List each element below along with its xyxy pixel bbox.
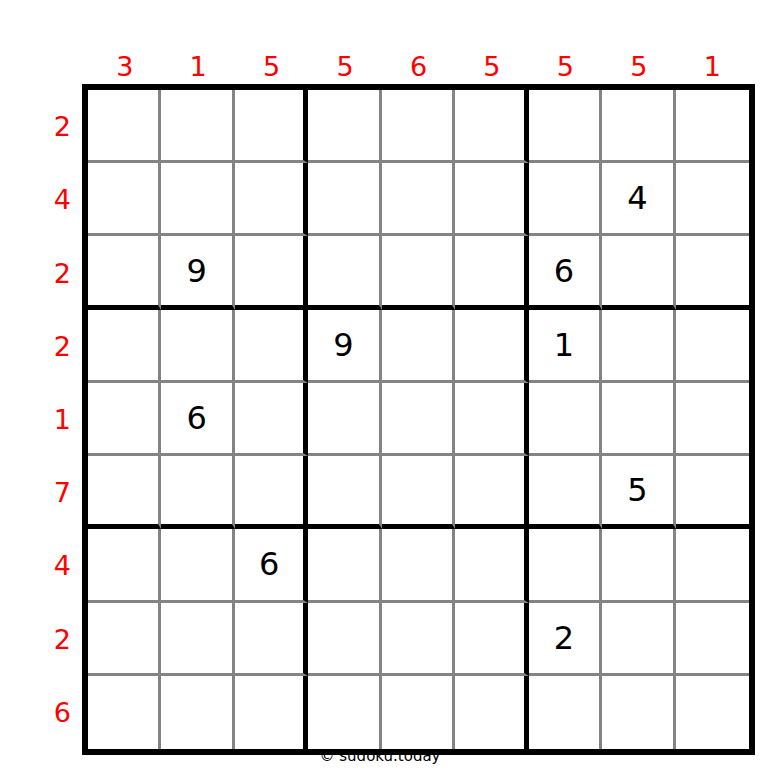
cell-r7-c6[interactable] — [455, 529, 528, 602]
cell-r6-c8[interactable]: 5 — [602, 456, 675, 529]
cell-r7-c3[interactable]: 6 — [235, 529, 308, 602]
cell-r5-c6[interactable] — [455, 383, 528, 456]
cell-r6-c4[interactable] — [308, 456, 381, 529]
top-clue-c3: 5 — [235, 44, 308, 80]
cell-r2-c6[interactable] — [455, 163, 528, 236]
cell-r6-c9[interactable] — [676, 456, 749, 529]
top-clues: 315565551 — [88, 44, 749, 80]
cell-r5-c7[interactable] — [529, 383, 602, 456]
cell-r2-c8[interactable]: 4 — [602, 163, 675, 236]
cell-r4-c8[interactable] — [602, 310, 675, 383]
cell-r8-c4[interactable] — [308, 603, 381, 676]
cell-r8-c3[interactable] — [235, 603, 308, 676]
cell-r7-c8[interactable] — [602, 529, 675, 602]
top-clue-c6: 5 — [455, 44, 528, 80]
cell-r4-c9[interactable] — [676, 310, 749, 383]
left-clue-r2: 4 — [36, 163, 76, 236]
left-clue-r7: 4 — [36, 529, 76, 602]
cell-r1-c1[interactable] — [88, 90, 161, 163]
cell-r6-c1[interactable] — [88, 456, 161, 529]
cell-r8-c2[interactable] — [161, 603, 234, 676]
copyright-text: © sudoku.today — [320, 747, 441, 765]
left-clue-r8: 2 — [36, 603, 76, 676]
cell-r8-c7[interactable]: 2 — [529, 603, 602, 676]
cell-r8-c9[interactable] — [676, 603, 749, 676]
cell-r2-c2[interactable] — [161, 163, 234, 236]
cell-r4-c7[interactable]: 1 — [529, 310, 602, 383]
cell-r9-c1[interactable] — [88, 676, 161, 749]
cell-r9-c2[interactable] — [161, 676, 234, 749]
cell-r4-c5[interactable] — [382, 310, 455, 383]
cell-r2-c3[interactable] — [235, 163, 308, 236]
cell-r3-c5[interactable] — [382, 236, 455, 309]
left-clue-r3: 2 — [36, 236, 76, 309]
cell-r8-c6[interactable] — [455, 603, 528, 676]
cell-r5-c5[interactable] — [382, 383, 455, 456]
cell-r7-c5[interactable] — [382, 529, 455, 602]
cell-r8-c1[interactable] — [88, 603, 161, 676]
left-clue-r4: 2 — [36, 310, 76, 383]
cell-r1-c9[interactable] — [676, 90, 749, 163]
cell-r7-c7[interactable] — [529, 529, 602, 602]
cell-r1-c3[interactable] — [235, 90, 308, 163]
cell-r1-c5[interactable] — [382, 90, 455, 163]
left-clue-r5: 1 — [36, 383, 76, 456]
cell-r3-c8[interactable] — [602, 236, 675, 309]
cell-r3-c4[interactable] — [308, 236, 381, 309]
cell-r1-c7[interactable] — [529, 90, 602, 163]
cell-r4-c3[interactable] — [235, 310, 308, 383]
cell-r6-c6[interactable] — [455, 456, 528, 529]
cell-r8-c5[interactable] — [382, 603, 455, 676]
cell-r6-c7[interactable] — [529, 456, 602, 529]
cell-r1-c8[interactable] — [602, 90, 675, 163]
cell-r1-c2[interactable] — [161, 90, 234, 163]
cell-r6-c2[interactable] — [161, 456, 234, 529]
cell-r5-c9[interactable] — [676, 383, 749, 456]
cell-r5-c1[interactable] — [88, 383, 161, 456]
cell-r4-c1[interactable] — [88, 310, 161, 383]
left-clue-r1: 2 — [36, 90, 76, 163]
cell-r3-c1[interactable] — [88, 236, 161, 309]
top-clue-c8: 5 — [602, 44, 675, 80]
cell-r4-c6[interactable] — [455, 310, 528, 383]
cell-r3-c3[interactable] — [235, 236, 308, 309]
cell-r6-c3[interactable] — [235, 456, 308, 529]
cell-r9-c9[interactable] — [676, 676, 749, 749]
cell-r2-c9[interactable] — [676, 163, 749, 236]
cell-r9-c4[interactable] — [308, 676, 381, 749]
cell-r9-c6[interactable] — [455, 676, 528, 749]
left-clue-r9: 6 — [36, 676, 76, 749]
cell-r3-c7[interactable]: 6 — [529, 236, 602, 309]
cell-r9-c7[interactable] — [529, 676, 602, 749]
cell-r7-c1[interactable] — [88, 529, 161, 602]
cell-r1-c4[interactable] — [308, 90, 381, 163]
copyright-footer: © sudoku.today — [0, 747, 760, 765]
top-clue-c4: 5 — [308, 44, 381, 80]
cell-r5-c8[interactable] — [602, 383, 675, 456]
cell-r9-c5[interactable] — [382, 676, 455, 749]
sudoku-board: 496916562 — [82, 84, 755, 755]
cell-r9-c8[interactable] — [602, 676, 675, 749]
cell-r5-c3[interactable] — [235, 383, 308, 456]
cell-r9-c3[interactable] — [235, 676, 308, 749]
top-clue-c7: 5 — [529, 44, 602, 80]
cell-r4-c2[interactable] — [161, 310, 234, 383]
cell-r7-c4[interactable] — [308, 529, 381, 602]
cell-r3-c2[interactable]: 9 — [161, 236, 234, 309]
top-clue-c9: 1 — [676, 44, 749, 80]
cell-r3-c9[interactable] — [676, 236, 749, 309]
left-clue-r6: 7 — [36, 456, 76, 529]
cell-r6-c5[interactable] — [382, 456, 455, 529]
cell-r2-c5[interactable] — [382, 163, 455, 236]
cell-r7-c9[interactable] — [676, 529, 749, 602]
left-clues: 242217426 — [36, 90, 76, 749]
cell-r7-c2[interactable] — [161, 529, 234, 602]
cell-r4-c4[interactable]: 9 — [308, 310, 381, 383]
cell-r5-c4[interactable] — [308, 383, 381, 456]
cell-r5-c2[interactable]: 6 — [161, 383, 234, 456]
cell-r3-c6[interactable] — [455, 236, 528, 309]
top-clue-c5: 6 — [382, 44, 455, 80]
top-clue-c1: 3 — [88, 44, 161, 80]
cell-r2-c4[interactable] — [308, 163, 381, 236]
cell-r1-c6[interactable] — [455, 90, 528, 163]
cell-r2-c7[interactable] — [529, 163, 602, 236]
cell-r2-c1[interactable] — [88, 163, 161, 236]
cell-r8-c8[interactable] — [602, 603, 675, 676]
top-clue-c2: 1 — [161, 44, 234, 80]
